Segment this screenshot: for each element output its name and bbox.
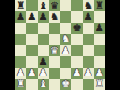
square-c4[interactable] [38, 45, 49, 56]
white-rook-piece[interactable]: ♜ [95, 79, 104, 89]
square-f1[interactable] [71, 79, 82, 90]
square-b4[interactable] [26, 45, 37, 56]
square-h8[interactable]: ♜ [94, 0, 105, 11]
square-d5[interactable] [49, 34, 60, 45]
square-f4[interactable] [71, 45, 82, 56]
square-b1[interactable] [26, 79, 37, 90]
square-h2[interactable]: ♟ [94, 68, 105, 79]
letterbox-left [0, 0, 15, 90]
square-d4[interactable]: ♛ [49, 45, 60, 56]
square-e1[interactable]: ♚ [60, 79, 71, 90]
square-a5[interactable] [15, 34, 26, 45]
white-queen-piece[interactable]: ♛ [50, 45, 59, 55]
square-a4[interactable] [15, 45, 26, 56]
square-g1[interactable] [83, 79, 94, 90]
black-pawn-piece[interactable]: ♟ [39, 11, 48, 21]
square-c7[interactable]: ♟ [38, 11, 49, 22]
white-pawn-piece[interactable]: ♟ [95, 68, 104, 78]
square-f7[interactable] [71, 11, 82, 22]
white-pawn-piece[interactable]: ♟ [61, 45, 70, 55]
square-h5[interactable] [94, 34, 105, 45]
square-c8[interactable]: ♝ [38, 0, 49, 11]
square-g3[interactable] [83, 56, 94, 67]
square-c3[interactable]: ♟ [38, 56, 49, 67]
square-d7[interactable]: ♞ [49, 11, 60, 22]
black-rook-piece[interactable]: ♜ [95, 0, 104, 10]
white-pawn-piece[interactable]: ♟ [16, 68, 25, 78]
square-g8[interactable]: ♞ [83, 0, 94, 11]
square-c1[interactable]: ♝ [38, 79, 49, 90]
square-a2[interactable]: ♟ [15, 68, 26, 79]
white-pawn-piece[interactable]: ♟ [39, 68, 48, 78]
square-e4[interactable]: ♟ [60, 45, 71, 56]
chess-board: ♜♝♛♞♜♟♟♟♞♟♚♟♞♛♟♟♟♟♟♟♟♟♜♝♚♜ [15, 0, 105, 90]
square-h6[interactable]: ♟ [94, 23, 105, 34]
square-a8[interactable]: ♜ [15, 0, 26, 11]
black-pawn-piece[interactable]: ♟ [39, 56, 48, 66]
square-c6[interactable] [38, 23, 49, 34]
square-b7[interactable]: ♟ [26, 11, 37, 22]
square-d8[interactable]: ♛ [49, 0, 60, 11]
square-a6[interactable] [15, 23, 26, 34]
square-g7[interactable]: ♟ [83, 11, 94, 22]
white-pawn-piece[interactable]: ♟ [72, 68, 81, 78]
square-g4[interactable] [83, 45, 94, 56]
square-b8[interactable] [26, 0, 37, 11]
square-f8[interactable] [71, 0, 82, 11]
square-g6[interactable] [83, 23, 94, 34]
black-pawn-piece[interactable]: ♟ [16, 11, 25, 21]
square-e5[interactable]: ♞ [60, 34, 71, 45]
square-a7[interactable]: ♟ [15, 11, 26, 22]
square-d3[interactable] [49, 56, 60, 67]
square-d1[interactable] [49, 79, 60, 90]
black-knight-piece[interactable]: ♞ [84, 0, 93, 10]
square-e3[interactable] [60, 56, 71, 67]
square-e8[interactable] [60, 0, 71, 11]
square-h4[interactable] [94, 45, 105, 56]
square-e7[interactable] [60, 11, 71, 22]
white-king-piece[interactable]: ♚ [61, 79, 70, 89]
black-pawn-piece[interactable]: ♟ [84, 11, 93, 21]
square-b2[interactable]: ♟ [26, 68, 37, 79]
square-f6[interactable]: ♚ [71, 23, 82, 34]
square-g2[interactable]: ♟ [83, 68, 94, 79]
square-d2[interactable] [49, 68, 60, 79]
square-c5[interactable] [38, 34, 49, 45]
square-e6[interactable] [60, 23, 71, 34]
square-f5[interactable] [71, 34, 82, 45]
square-a1[interactable]: ♜ [15, 79, 26, 90]
square-e2[interactable] [60, 68, 71, 79]
white-pawn-piece[interactable]: ♟ [27, 68, 36, 78]
square-f2[interactable]: ♟ [71, 68, 82, 79]
black-king-piece[interactable]: ♚ [72, 23, 81, 33]
black-knight-piece[interactable]: ♞ [50, 11, 59, 21]
black-pawn-piece[interactable]: ♟ [95, 23, 104, 33]
square-h1[interactable]: ♜ [94, 79, 105, 90]
square-b6[interactable] [26, 23, 37, 34]
square-h3[interactable] [94, 56, 105, 67]
square-a3[interactable] [15, 56, 26, 67]
square-b5[interactable] [26, 34, 37, 45]
black-rook-piece[interactable]: ♜ [16, 0, 25, 10]
black-pawn-piece[interactable]: ♟ [27, 11, 36, 21]
square-b3[interactable] [26, 56, 37, 67]
square-h7[interactable] [94, 11, 105, 22]
white-pawn-piece[interactable]: ♟ [84, 68, 93, 78]
letterbox-right [105, 0, 120, 90]
white-rook-piece[interactable]: ♜ [16, 79, 25, 89]
square-g5[interactable] [83, 34, 94, 45]
white-bishop-piece[interactable]: ♝ [39, 79, 48, 89]
square-c2[interactable]: ♟ [38, 68, 49, 79]
white-knight-piece[interactable]: ♞ [61, 34, 70, 44]
black-bishop-piece[interactable]: ♝ [39, 0, 48, 10]
square-d6[interactable] [49, 23, 60, 34]
black-queen-piece[interactable]: ♛ [50, 0, 59, 10]
square-f3[interactable] [71, 56, 82, 67]
